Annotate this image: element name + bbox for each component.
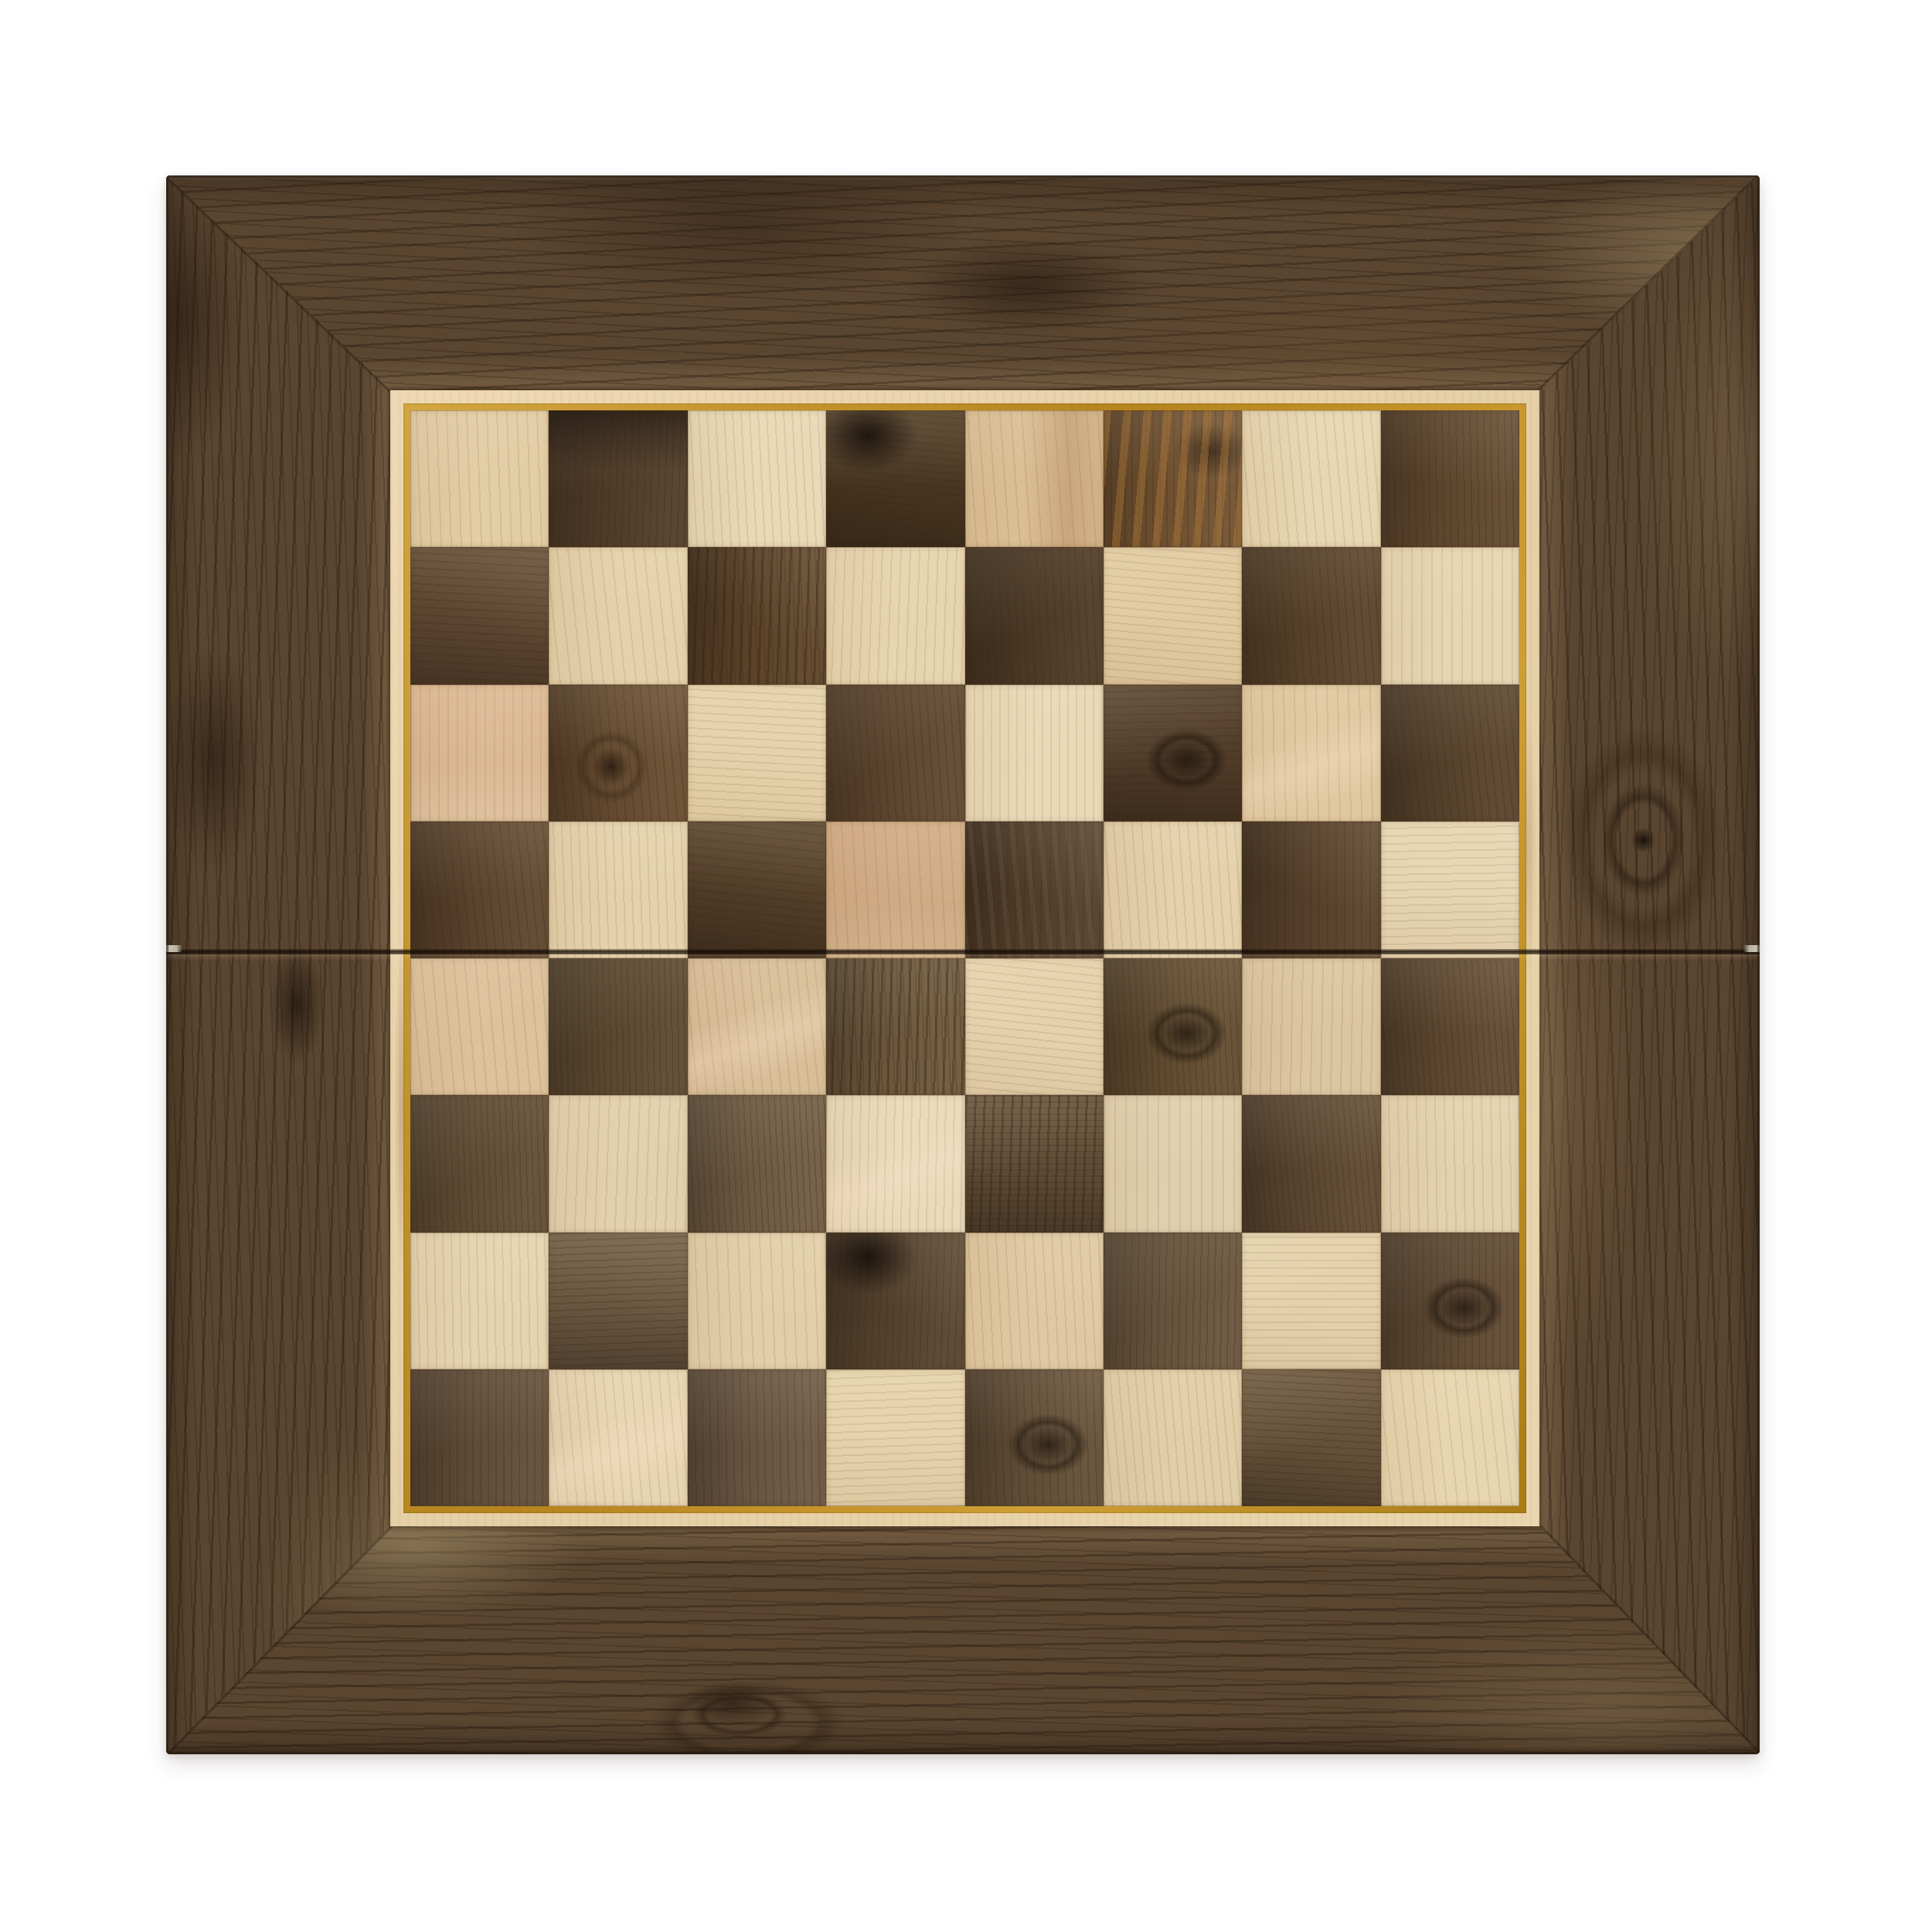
square-e5[interactable] [965,821,1104,958]
square-f6[interactable] [1104,685,1242,821]
square-g5[interactable] [1242,821,1380,958]
square-g4[interactable] [1242,958,1380,1095]
square-b3[interactable] [549,1095,687,1232]
square-b7[interactable] [549,547,687,684]
square-b5[interactable] [549,821,687,958]
square-c2[interactable] [688,1233,826,1369]
square-e7[interactable] [965,547,1104,684]
chessboard [166,175,1760,1754]
square-g8[interactable] [1242,410,1380,547]
square-h2[interactable] [1381,1233,1519,1369]
square-f3[interactable] [1104,1095,1242,1232]
square-g2[interactable] [1242,1233,1380,1369]
square-c3[interactable] [688,1095,826,1232]
square-e2[interactable] [965,1233,1104,1369]
square-a2[interactable] [410,1233,549,1369]
square-e8[interactable] [965,410,1104,547]
square-h8[interactable] [1381,410,1519,547]
square-h1[interactable] [1381,1369,1519,1506]
square-b8[interactable] [549,410,687,547]
square-a4[interactable] [410,958,549,1095]
square-c4[interactable] [688,958,826,1095]
square-g1[interactable] [1242,1369,1380,1506]
square-c5[interactable] [688,821,826,958]
square-h4[interactable] [1381,958,1519,1095]
product-photo-canvas [0,0,1932,1932]
square-f7[interactable] [1104,547,1242,684]
square-e3[interactable] [965,1095,1104,1232]
square-f1[interactable] [1104,1369,1242,1506]
square-d5[interactable] [826,821,964,958]
square-e4[interactable] [965,958,1104,1095]
square-e1[interactable] [965,1369,1104,1506]
square-d8[interactable] [826,410,964,547]
square-c7[interactable] [688,547,826,684]
square-a6[interactable] [410,685,549,821]
square-a8[interactable] [410,410,549,547]
square-d7[interactable] [826,547,964,684]
square-h6[interactable] [1381,685,1519,821]
square-c8[interactable] [688,410,826,547]
square-d4[interactable] [826,958,964,1095]
square-a1[interactable] [410,1369,549,1506]
square-d1[interactable] [826,1369,964,1506]
hinge-seam-highlight [166,954,1760,961]
square-f2[interactable] [1104,1233,1242,1369]
square-h5[interactable] [1381,821,1519,958]
square-b2[interactable] [549,1233,687,1369]
square-d3[interactable] [826,1095,964,1232]
square-b1[interactable] [549,1369,687,1506]
hinge-seam [166,949,1760,954]
square-a7[interactable] [410,547,549,684]
square-h3[interactable] [1381,1095,1519,1232]
square-e6[interactable] [965,685,1104,821]
hinge-notch-right [1743,945,1760,952]
square-f8[interactable] [1104,410,1242,547]
square-h7[interactable] [1381,547,1519,684]
square-c1[interactable] [688,1369,826,1506]
square-c6[interactable] [688,685,826,821]
square-f4[interactable] [1104,958,1242,1095]
square-g7[interactable] [1242,547,1380,684]
square-a3[interactable] [410,1095,549,1232]
square-b4[interactable] [549,958,687,1095]
square-b6[interactable] [549,685,687,821]
square-g3[interactable] [1242,1095,1380,1232]
square-f5[interactable] [1104,821,1242,958]
square-a5[interactable] [410,821,549,958]
hinge-notch-left [166,945,182,952]
square-g6[interactable] [1242,685,1380,821]
square-d2[interactable] [826,1233,964,1369]
square-d6[interactable] [826,685,964,821]
